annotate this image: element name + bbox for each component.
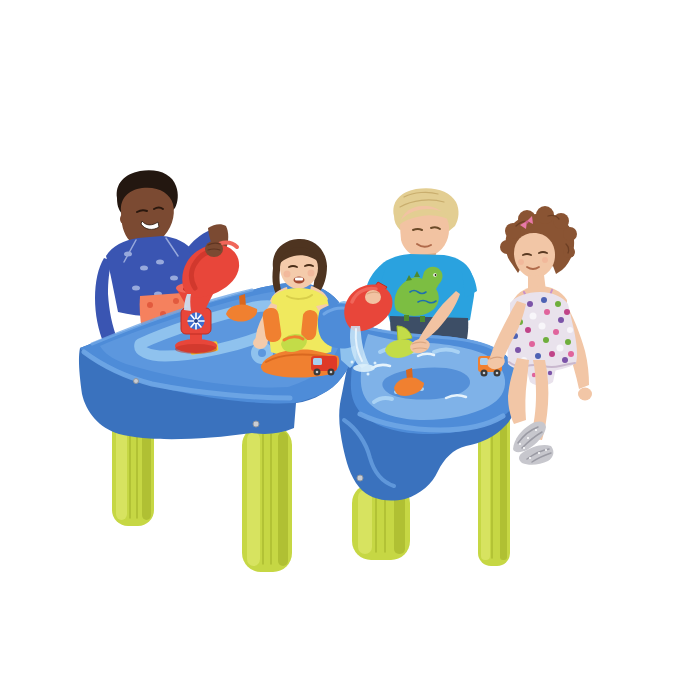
scene-illustration: [0, 0, 700, 700]
water-splash: [353, 364, 375, 372]
girl-right-hand-left: [578, 388, 592, 401]
roundabout-center: [258, 349, 266, 357]
girl-center-teeth: [295, 278, 303, 281]
photo-canvas: [0, 0, 700, 700]
table-leg-front-left: [242, 426, 292, 572]
girl-center-hand-left: [253, 337, 267, 349]
